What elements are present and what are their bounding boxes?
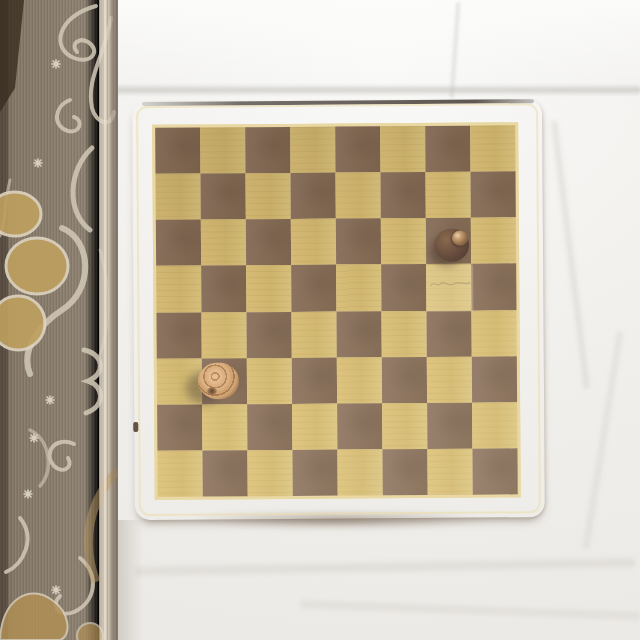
square-d7[interactable]: [290, 173, 335, 219]
pawn-glyph: ♟: [450, 243, 453, 247]
square-f5[interactable]: [381, 264, 426, 310]
square-e7[interactable]: [335, 172, 380, 218]
brocade-pattern: [0, 0, 118, 640]
brocade-fabric-strip: [0, 0, 118, 640]
square-f8[interactable]: [380, 126, 425, 172]
sheet-wrinkle-bottom-2: [300, 598, 640, 622]
square-c8[interactable]: [245, 127, 290, 173]
sheet-wrinkle-bottom-1: [135, 556, 635, 579]
square-g2[interactable]: [427, 402, 472, 448]
square-g3[interactable]: [427, 356, 472, 402]
scene: ♟♙: [0, 0, 640, 640]
square-g5[interactable]: [426, 264, 471, 310]
square-h6[interactable]: [471, 218, 516, 264]
square-b2[interactable]: [202, 404, 247, 450]
sheet-crease-vertical-2: [550, 120, 592, 389]
piece-light-wood-pawn-b3[interactable]: ♙: [196, 358, 241, 404]
square-h7[interactable]: [470, 171, 515, 217]
square-d5[interactable]: [291, 265, 336, 311]
square-d6[interactable]: [291, 219, 336, 265]
square-b4[interactable]: [201, 312, 246, 358]
square-d4[interactable]: [291, 311, 336, 357]
square-b5[interactable]: [201, 266, 246, 312]
chessboard-squares: ♟♙: [155, 125, 518, 497]
square-a1[interactable]: [157, 450, 202, 496]
square-c3[interactable]: [247, 358, 292, 404]
square-e2[interactable]: [337, 403, 382, 449]
piece-dark-wood-pawn-g6[interactable]: ♟: [429, 222, 474, 268]
square-a7[interactable]: [156, 174, 201, 220]
square-e1[interactable]: [337, 449, 382, 495]
square-g1[interactable]: [427, 449, 472, 495]
square-c6[interactable]: [246, 219, 291, 265]
square-e3[interactable]: [337, 357, 382, 403]
square-a2[interactable]: [157, 404, 202, 450]
square-a5[interactable]: [156, 266, 201, 312]
square-g7[interactable]: [425, 172, 470, 218]
square-f3[interactable]: [382, 357, 427, 403]
square-h8[interactable]: [470, 125, 515, 171]
pawn-glyph: ♙: [217, 379, 220, 383]
sheet-highlight-top: [112, 0, 640, 82]
square-f6[interactable]: [381, 218, 426, 264]
sheet-fold-crease: [112, 84, 640, 96]
square-c7[interactable]: [246, 173, 291, 219]
square-g8[interactable]: [425, 126, 470, 172]
square-d2[interactable]: [292, 403, 337, 449]
square-h3[interactable]: [472, 356, 517, 402]
chessboard: ♟♙: [132, 99, 545, 520]
dark-pawn-knob: [452, 230, 468, 245]
square-c2[interactable]: [247, 404, 292, 450]
square-b8[interactable]: [200, 127, 245, 173]
square-e4[interactable]: [336, 311, 381, 357]
square-b1[interactable]: [202, 450, 247, 496]
square-d8[interactable]: [290, 127, 335, 173]
square-e6[interactable]: [336, 219, 381, 265]
square-c5[interactable]: [246, 265, 291, 311]
square-d1[interactable]: [292, 449, 337, 495]
square-b6[interactable]: [201, 219, 246, 265]
square-h5[interactable]: [471, 264, 516, 310]
square-h1[interactable]: [472, 448, 517, 494]
square-f2[interactable]: [382, 403, 427, 449]
square-e8[interactable]: [335, 126, 380, 172]
light-pawn-tip: [207, 388, 217, 395]
square-b7[interactable]: [201, 173, 246, 219]
square-f7[interactable]: [380, 172, 425, 218]
square-a4[interactable]: [156, 312, 201, 358]
square-a8[interactable]: [155, 128, 200, 174]
square-h4[interactable]: [471, 310, 516, 356]
square-d3[interactable]: [292, 357, 337, 403]
square-h2[interactable]: [472, 402, 517, 448]
square-a6[interactable]: [156, 220, 201, 266]
square-c4[interactable]: [246, 311, 291, 357]
frame-knot-mark: [133, 422, 138, 432]
board-field-border: ♟♙: [152, 122, 521, 500]
square-f1[interactable]: [382, 449, 427, 495]
square-e5[interactable]: [336, 265, 381, 311]
sheet-crease-vertical-1: [449, 2, 462, 98]
square-g4[interactable]: [426, 310, 471, 356]
square-f4[interactable]: [381, 310, 426, 356]
sheet-crease-vertical-3: [581, 331, 625, 550]
square-c1[interactable]: [247, 450, 292, 496]
